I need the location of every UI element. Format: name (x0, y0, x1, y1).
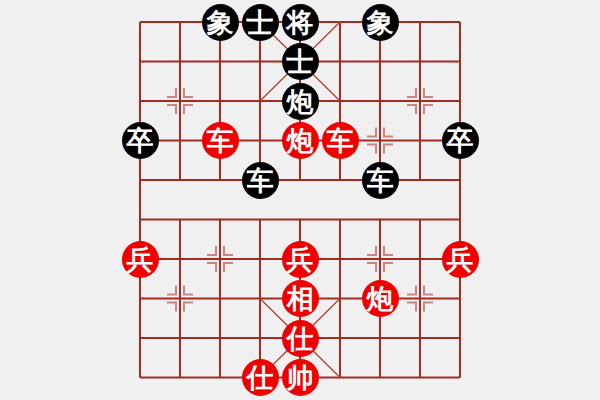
piece-black-soldier[interactable]: 卒 (122, 122, 159, 159)
piece-black-elephant[interactable]: 象 (362, 4, 399, 41)
piece-red-chariot[interactable]: 车 (202, 122, 239, 159)
piece-red-general[interactable]: 帅 (282, 359, 319, 396)
piece-red-advisor[interactable]: 仕 (242, 359, 279, 396)
piece-red-soldier[interactable]: 兵 (122, 241, 159, 278)
piece-red-elephant[interactable]: 相 (282, 280, 319, 317)
piece-black-general[interactable]: 将 (282, 4, 319, 41)
piece-black-elephant[interactable]: 象 (202, 4, 239, 41)
piece-red-cannon[interactable]: 炮 (282, 122, 319, 159)
piece-black-advisor[interactable]: 士 (242, 4, 279, 41)
xiangqi-board: 象士将象士炮卒车炮车卒车车兵兵兵相炮仕仕帅 (0, 0, 600, 400)
piece-black-chariot[interactable]: 车 (242, 162, 279, 199)
piece-red-chariot[interactable]: 车 (322, 122, 359, 159)
piece-black-cannon[interactable]: 炮 (282, 83, 319, 120)
piece-black-advisor[interactable]: 士 (282, 43, 319, 80)
pieces-layer: 象士将象士炮卒车炮车卒车车兵兵兵相炮仕仕帅 (120, 2, 480, 397)
piece-red-cannon[interactable]: 炮 (362, 280, 399, 317)
piece-red-soldier[interactable]: 兵 (282, 241, 319, 278)
piece-black-chariot[interactable]: 车 (362, 162, 399, 199)
piece-black-soldier[interactable]: 卒 (442, 122, 479, 159)
piece-red-advisor[interactable]: 仕 (282, 320, 319, 357)
piece-red-soldier[interactable]: 兵 (442, 241, 479, 278)
